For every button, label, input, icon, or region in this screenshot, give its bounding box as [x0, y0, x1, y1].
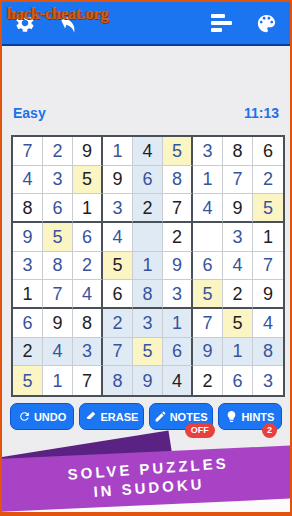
cell-r1c8[interactable]: 8 [223, 137, 253, 166]
cell-r1c4[interactable]: 1 [103, 137, 133, 166]
cell-r3c9[interactable]: 5 [253, 194, 283, 223]
cell-r9c5[interactable]: 9 [133, 366, 163, 395]
cell-r2c3[interactable]: 5 [73, 166, 103, 195]
cell-r6c9[interactable]: 9 [253, 280, 283, 309]
cell-r2c7[interactable]: 1 [193, 166, 223, 195]
cell-r7c4[interactable]: 2 [103, 309, 133, 338]
cell-r9c2[interactable]: 1 [43, 366, 73, 395]
cell-r2c1[interactable]: 4 [13, 166, 43, 195]
sudoku-grid: 7291453864359681728613274959564231382519… [11, 135, 285, 397]
cell-r4c8[interactable]: 3 [223, 223, 253, 252]
cell-r2c8[interactable]: 7 [223, 166, 253, 195]
menu-button[interactable] [209, 12, 235, 34]
cell-r4c9[interactable]: 1 [253, 223, 283, 252]
cell-r9c8[interactable]: 6 [223, 366, 253, 395]
cell-r7c6[interactable]: 1 [163, 309, 193, 338]
cell-r4c5[interactable] [133, 223, 163, 252]
hints-button[interactable]: HINTS 2 [218, 403, 282, 430]
cell-r1c5[interactable]: 4 [133, 137, 163, 166]
cell-r6c5[interactable]: 8 [133, 280, 163, 309]
cell-r8c2[interactable]: 4 [43, 338, 73, 367]
cell-r4c4[interactable]: 4 [103, 223, 133, 252]
cell-r4c1[interactable]: 9 [13, 223, 43, 252]
cell-r3c4[interactable]: 3 [103, 194, 133, 223]
circular-arrow-icon [18, 410, 31, 423]
cell-r5c6[interactable]: 9 [163, 252, 193, 281]
cell-r9c3[interactable]: 7 [73, 366, 103, 395]
control-bar: UNDO ERASE NOTES OFF HINTS 2 [10, 403, 282, 430]
cell-r2c6[interactable]: 8 [163, 166, 193, 195]
erase-label: ERASE [100, 411, 138, 423]
cell-r5c2[interactable]: 8 [43, 252, 73, 281]
cell-r6c7[interactable]: 5 [193, 280, 223, 309]
cell-r3c5[interactable]: 2 [133, 194, 163, 223]
sudoku-app: hack-cheat.org [0, 0, 292, 516]
cell-r5c3[interactable]: 2 [73, 252, 103, 281]
cell-r9c4[interactable]: 8 [103, 366, 133, 395]
cell-r5c7[interactable]: 6 [193, 252, 223, 281]
cell-r6c8[interactable]: 2 [223, 280, 253, 309]
cell-r3c1[interactable]: 8 [13, 194, 43, 223]
cell-r5c8[interactable]: 4 [223, 252, 253, 281]
cell-r8c5[interactable]: 5 [133, 338, 163, 367]
toolbar-right-group [209, 10, 280, 37]
cell-r8c4[interactable]: 7 [103, 338, 133, 367]
hints-label: HINTS [241, 411, 274, 423]
cell-r6c1[interactable]: 1 [13, 280, 43, 309]
pencil-icon [154, 410, 167, 423]
cell-r2c2[interactable]: 3 [43, 166, 73, 195]
cell-r9c7[interactable]: 2 [193, 366, 223, 395]
cell-r9c9[interactable]: 3 [253, 366, 283, 395]
cell-r7c9[interactable]: 4 [253, 309, 283, 338]
cell-r7c1[interactable]: 6 [13, 309, 43, 338]
cell-r9c6[interactable]: 4 [163, 366, 193, 395]
difficulty-label: Easy [13, 105, 46, 121]
cell-r3c2[interactable]: 6 [43, 194, 73, 223]
cell-r3c7[interactable]: 4 [193, 194, 223, 223]
settings-button[interactable] [12, 10, 38, 36]
cell-r7c8[interactable]: 5 [223, 309, 253, 338]
cell-r1c2[interactable]: 2 [43, 137, 73, 166]
cell-r3c8[interactable]: 9 [223, 194, 253, 223]
cell-r1c3[interactable]: 9 [73, 137, 103, 166]
theme-button[interactable] [253, 10, 280, 37]
cell-r5c5[interactable]: 1 [133, 252, 163, 281]
cell-r5c1[interactable]: 3 [13, 252, 43, 281]
notes-off-badge: OFF [185, 423, 215, 438]
cell-r8c6[interactable]: 6 [163, 338, 193, 367]
cell-r4c6[interactable]: 2 [163, 223, 193, 252]
palette-icon [255, 12, 278, 35]
cell-r7c3[interactable]: 8 [73, 309, 103, 338]
cell-r2c4[interactable]: 9 [103, 166, 133, 195]
status-row: Easy 11:13 [13, 105, 279, 121]
cell-r1c9[interactable]: 6 [253, 137, 283, 166]
undo-toolbar-button[interactable] [56, 10, 82, 36]
erase-button[interactable]: ERASE [79, 403, 143, 430]
notes-label: NOTES [170, 411, 208, 423]
hints-count-badge: 2 [262, 423, 277, 438]
top-toolbar [2, 2, 290, 46]
cell-r8c8[interactable]: 1 [223, 338, 253, 367]
cell-r7c5[interactable]: 3 [133, 309, 163, 338]
gear-icon [14, 12, 36, 34]
cell-r3c3[interactable]: 1 [73, 194, 103, 223]
cell-r6c4[interactable]: 6 [103, 280, 133, 309]
undo-label: UNDO [34, 411, 66, 423]
cell-r8c1[interactable]: 2 [13, 338, 43, 367]
toolbar-left-group [12, 10, 82, 36]
cell-r4c3[interactable]: 6 [73, 223, 103, 252]
cell-r4c7[interactable] [193, 223, 223, 252]
cell-r5c9[interactable]: 7 [253, 252, 283, 281]
cell-r2c9[interactable]: 2 [253, 166, 283, 195]
undo-arrow-icon [58, 12, 80, 34]
cell-r2c5[interactable]: 6 [133, 166, 163, 195]
cell-r6c3[interactable]: 4 [73, 280, 103, 309]
cell-r7c2[interactable]: 9 [43, 309, 73, 338]
cell-r5c4[interactable]: 5 [103, 252, 133, 281]
notes-button[interactable]: NOTES OFF [149, 403, 213, 430]
cell-r1c7[interactable]: 3 [193, 137, 223, 166]
eraser-icon [84, 410, 97, 423]
lightbulb-icon [225, 410, 238, 423]
cell-r8c9[interactable]: 8 [253, 338, 283, 367]
cell-r8c3[interactable]: 3 [73, 338, 103, 367]
cell-r8c7[interactable]: 9 [193, 338, 223, 367]
cell-r3c6[interactable]: 7 [163, 194, 193, 223]
timer-label: 11:13 [244, 105, 279, 121]
cell-r9c1[interactable]: 5 [13, 366, 43, 395]
cell-r6c6[interactable]: 3 [163, 280, 193, 309]
undo-button[interactable]: UNDO [10, 403, 74, 430]
cell-r6c2[interactable]: 7 [43, 280, 73, 309]
cell-r4c2[interactable]: 5 [43, 223, 73, 252]
list-menu-icon [211, 14, 233, 32]
cell-r7c7[interactable]: 7 [193, 309, 223, 338]
cell-r1c6[interactable]: 5 [163, 137, 193, 166]
cell-r1c1[interactable]: 7 [13, 137, 43, 166]
